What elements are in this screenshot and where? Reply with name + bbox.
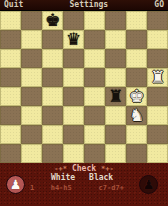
check-decor-right: *+-: [101, 165, 114, 173]
black-queen[interactable]: ♛: [66, 30, 81, 49]
white-move: h4-h5: [40, 184, 82, 192]
square-c7[interactable]: [42, 30, 63, 49]
check-decor-left: -+*: [54, 165, 67, 173]
square-h8[interactable]: [147, 11, 168, 30]
black-player-badge: ♟: [139, 175, 158, 194]
square-a6[interactable]: [0, 49, 21, 68]
go-button[interactable]: GO: [154, 0, 164, 10]
square-g2[interactable]: [126, 125, 147, 144]
square-h3[interactable]: [147, 106, 168, 125]
square-b5[interactable]: [21, 68, 42, 87]
square-h7[interactable]: [147, 30, 168, 49]
black-pawn-icon: ♟: [143, 176, 155, 193]
square-e3[interactable]: [84, 106, 105, 125]
square-e6[interactable]: [84, 49, 105, 68]
square-c8[interactable]: ♚: [42, 11, 63, 30]
square-g1[interactable]: [126, 144, 147, 163]
square-g4[interactable]: ♚: [126, 87, 147, 106]
square-e2[interactable]: [84, 125, 105, 144]
square-f7[interactable]: [105, 30, 126, 49]
square-a5[interactable]: [0, 68, 21, 87]
square-f6[interactable]: [105, 49, 126, 68]
white-knight[interactable]: ♞: [129, 106, 144, 125]
square-b7[interactable]: [21, 30, 42, 49]
square-d8[interactable]: [63, 11, 84, 30]
square-f1[interactable]: [105, 144, 126, 163]
square-a2[interactable]: [0, 125, 21, 144]
square-e1[interactable]: [84, 144, 105, 163]
settings-button[interactable]: Settings: [70, 0, 109, 10]
white-king[interactable]: ♚: [129, 87, 144, 106]
square-f8[interactable]: [105, 11, 126, 30]
square-h2[interactable]: [147, 125, 168, 144]
square-a8[interactable]: [0, 11, 21, 30]
square-c4[interactable]: [42, 87, 63, 106]
square-g8[interactable]: [126, 11, 147, 30]
square-b6[interactable]: [21, 49, 42, 68]
square-d4[interactable]: [63, 87, 84, 106]
move-number: 1: [30, 184, 34, 192]
square-d5[interactable]: [63, 68, 84, 87]
square-f3[interactable]: [105, 106, 126, 125]
white-player-badge: ♟: [6, 175, 25, 194]
square-a7[interactable]: [0, 30, 21, 49]
white-pawn-icon: ♟: [10, 176, 22, 193]
square-b8[interactable]: [21, 11, 42, 30]
square-d6[interactable]: [63, 49, 84, 68]
square-h1[interactable]: [147, 144, 168, 163]
square-h5[interactable]: ♜: [147, 68, 168, 87]
square-g6[interactable]: [126, 49, 147, 68]
square-h4[interactable]: [147, 87, 168, 106]
square-c3[interactable]: [42, 106, 63, 125]
square-g7[interactable]: [126, 30, 147, 49]
black-column-header: Black: [89, 174, 113, 182]
square-c1[interactable]: [42, 144, 63, 163]
square-d3[interactable]: [63, 106, 84, 125]
square-f5[interactable]: [105, 68, 126, 87]
square-d1[interactable]: [63, 144, 84, 163]
square-f4[interactable]: ♜: [105, 87, 126, 106]
square-c5[interactable]: [42, 68, 63, 87]
square-g3[interactable]: ♞: [126, 106, 147, 125]
square-d2[interactable]: [63, 125, 84, 144]
square-a1[interactable]: [0, 144, 21, 163]
square-e4[interactable]: [84, 87, 105, 106]
quit-button[interactable]: Quit: [4, 0, 23, 10]
square-e5[interactable]: [84, 68, 105, 87]
square-e8[interactable]: [84, 11, 105, 30]
square-f2[interactable]: [105, 125, 126, 144]
square-a3[interactable]: [0, 106, 21, 125]
chess-app: Quit Settings GO ♚♛♜♜♚♞ -+* Check *+- Wh…: [0, 0, 168, 206]
titlebar: Quit Settings GO: [0, 0, 168, 11]
square-a4[interactable]: [0, 87, 21, 106]
square-b3[interactable]: [21, 106, 42, 125]
square-e7[interactable]: [84, 30, 105, 49]
square-g5[interactable]: [126, 68, 147, 87]
status-panel: -+* Check *+- White Black 1 h4-h5 c7-d7+…: [0, 163, 168, 206]
check-status: -+* Check *+-: [0, 165, 168, 173]
white-column-header: White: [51, 174, 75, 182]
square-b2[interactable]: [21, 125, 42, 144]
black-rook[interactable]: ♜: [108, 87, 123, 106]
black-move: c7-d7+: [88, 184, 134, 192]
square-b1[interactable]: [21, 144, 42, 163]
check-text: Check: [72, 165, 96, 173]
white-rook[interactable]: ♜: [150, 68, 165, 87]
square-c2[interactable]: [42, 125, 63, 144]
square-d7[interactable]: ♛: [63, 30, 84, 49]
square-h6[interactable]: [147, 49, 168, 68]
square-b4[interactable]: [21, 87, 42, 106]
chess-board: ♚♛♜♜♚♞: [0, 11, 168, 163]
square-c6[interactable]: [42, 49, 63, 68]
black-king[interactable]: ♚: [45, 11, 60, 30]
